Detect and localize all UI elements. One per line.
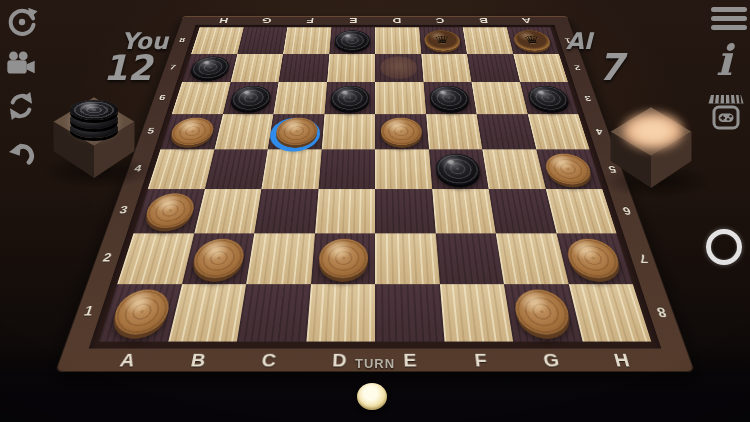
you-score-value: 12 — [46, 48, 152, 88]
ghost-move-preview-E7 — [380, 57, 418, 80]
captured-black-piece — [70, 100, 118, 120]
menu-button[interactable] — [711, 7, 747, 30]
you-piece-C5[interactable] — [274, 118, 318, 146]
restart-icon — [6, 26, 38, 41]
sync-icon — [6, 110, 36, 125]
you-piece-A5[interactable] — [168, 118, 217, 146]
you-piece-A3[interactable] — [142, 193, 198, 228]
ai-piece-A7[interactable] — [188, 57, 231, 80]
record-video-button[interactable] — [6, 50, 36, 79]
ai-piece-F4[interactable] — [435, 153, 482, 184]
turn-label: TURN — [330, 356, 420, 371]
you-piece-H4[interactable] — [543, 153, 595, 184]
info-button[interactable]: i — [716, 44, 732, 78]
shop-icon — [706, 120, 746, 135]
ai-piece-D8[interactable] — [334, 30, 370, 50]
you-piece-F8-king[interactable]: ♛ — [424, 30, 462, 50]
undo-icon — [8, 154, 36, 169]
captured-pieces-pedestal-right — [607, 104, 695, 188]
ai-piece-F6[interactable] — [429, 86, 471, 111]
circle-icon — [706, 229, 742, 265]
ai-piece-H6[interactable] — [526, 86, 572, 111]
ai-score-value: 7 — [598, 46, 642, 89]
you-piece-B2[interactable] — [190, 239, 247, 278]
info-icon: i — [716, 36, 732, 85]
captured-pieces-pedestal-left — [50, 94, 138, 178]
menu-icon — [711, 7, 747, 30]
video-camera-icon — [6, 64, 36, 79]
sync-button[interactable] — [6, 90, 36, 125]
circle-indicator[interactable] — [706, 229, 742, 265]
you-piece-D2[interactable] — [318, 239, 368, 278]
you-piece-E5[interactable] — [381, 118, 423, 146]
you-piece-H2[interactable] — [564, 239, 624, 278]
game-screen: ABCDEFGHHGFEDCBA8765432112345678 ♛♛ — [0, 0, 750, 422]
ai-piece-B6[interactable] — [229, 86, 273, 111]
you-piece-A1[interactable] — [108, 290, 173, 335]
shop-button[interactable] — [706, 94, 746, 135]
blurred-brown-piece — [623, 113, 683, 149]
restart-button[interactable] — [6, 6, 38, 41]
undo-button[interactable] — [8, 140, 36, 169]
you-piece-G1[interactable] — [512, 290, 573, 335]
ai-piece-D6[interactable] — [330, 86, 370, 111]
turn-piece-indicator — [357, 383, 387, 410]
you-piece-H8-king[interactable]: ♛ — [512, 30, 553, 50]
